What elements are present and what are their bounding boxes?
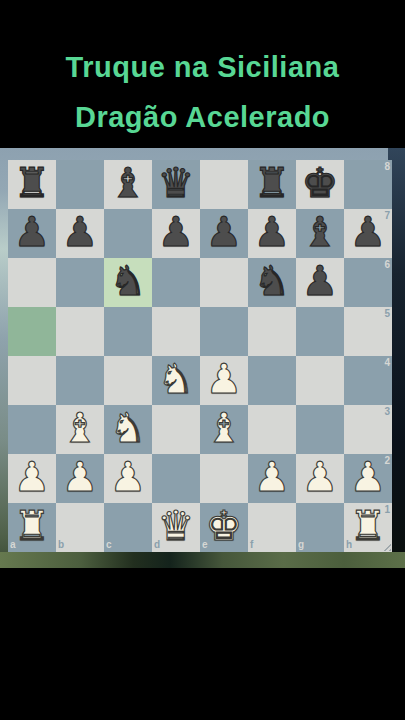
square-b4[interactable] <box>56 356 104 405</box>
square-e5[interactable] <box>200 307 248 356</box>
piece-black-pawn[interactable]: ♟ <box>200 208 248 257</box>
rank-label-5: 5 <box>384 309 390 319</box>
square-e1[interactable]: ♚e <box>200 503 248 552</box>
square-b8[interactable] <box>56 160 104 209</box>
square-a6[interactable] <box>8 258 56 307</box>
square-h3[interactable]: 3 <box>344 405 392 454</box>
square-h4[interactable]: 4 <box>344 356 392 405</box>
chess-board: ♜♝♛♜♚8♟♟♟♟♟♝♟7♞♞♟65♞♟4♝♞♝3♟♟♟♟♟♟2♜abc♛d♚… <box>8 160 392 552</box>
piece-white-pawn[interactable]: ♟ <box>8 453 56 502</box>
file-label-b: b <box>58 540 64 550</box>
square-e3[interactable]: ♝ <box>200 405 248 454</box>
square-c1[interactable]: c <box>104 503 152 552</box>
piece-white-knight[interactable]: ♞ <box>152 355 200 404</box>
square-f2[interactable]: ♟ <box>248 454 296 503</box>
square-f1[interactable]: f <box>248 503 296 552</box>
file-label-d: d <box>154 540 160 550</box>
square-c7[interactable] <box>104 209 152 258</box>
piece-black-pawn[interactable]: ♟ <box>152 208 200 257</box>
square-a2[interactable]: ♟ <box>8 454 56 503</box>
square-f7[interactable]: ♟ <box>248 209 296 258</box>
square-g3[interactable] <box>296 405 344 454</box>
square-b2[interactable]: ♟ <box>56 454 104 503</box>
piece-black-pawn[interactable]: ♟ <box>8 208 56 257</box>
square-c3[interactable]: ♞ <box>104 405 152 454</box>
square-f5[interactable] <box>248 307 296 356</box>
square-a4[interactable] <box>8 356 56 405</box>
square-a3[interactable] <box>8 405 56 454</box>
square-d8[interactable]: ♛ <box>152 160 200 209</box>
blurred-background-bottom <box>0 552 405 568</box>
square-c4[interactable] <box>104 356 152 405</box>
square-g2[interactable]: ♟ <box>296 454 344 503</box>
piece-black-knight[interactable]: ♞ <box>104 257 152 306</box>
rank-label-2: 2 <box>384 456 390 466</box>
piece-white-bishop[interactable]: ♝ <box>56 404 104 453</box>
square-h8[interactable]: 8 <box>344 160 392 209</box>
piece-white-pawn[interactable]: ♟ <box>296 453 344 502</box>
rank-label-3: 3 <box>384 407 390 417</box>
file-label-a: a <box>10 540 16 550</box>
page-title-line-1: Truque na Siciliana <box>0 42 405 92</box>
square-e2[interactable] <box>200 454 248 503</box>
file-label-h: h <box>346 540 352 550</box>
piece-black-king[interactable]: ♚ <box>296 159 344 208</box>
piece-black-queen[interactable]: ♛ <box>152 159 200 208</box>
piece-black-bishop[interactable]: ♝ <box>104 159 152 208</box>
square-h7[interactable]: ♟7 <box>344 209 392 258</box>
rank-label-1: 1 <box>384 505 390 515</box>
square-c2[interactable]: ♟ <box>104 454 152 503</box>
square-c6[interactable]: ♞ <box>104 258 152 307</box>
square-a8[interactable]: ♜ <box>8 160 56 209</box>
square-f4[interactable] <box>248 356 296 405</box>
rank-label-4: 4 <box>384 358 390 368</box>
square-h6[interactable]: 6 <box>344 258 392 307</box>
square-d1[interactable]: ♛d <box>152 503 200 552</box>
square-b3[interactable]: ♝ <box>56 405 104 454</box>
piece-black-pawn[interactable]: ♟ <box>296 257 344 306</box>
piece-black-rook[interactable]: ♜ <box>248 159 296 208</box>
piece-black-rook[interactable]: ♜ <box>8 159 56 208</box>
file-label-c: c <box>106 540 112 550</box>
page-title-line-2: Dragão Acelerado <box>0 92 405 142</box>
file-label-g: g <box>298 540 304 550</box>
piece-white-pawn[interactable]: ♟ <box>56 453 104 502</box>
square-a5[interactable] <box>8 307 56 356</box>
square-h2[interactable]: ♟2 <box>344 454 392 503</box>
square-b5[interactable] <box>56 307 104 356</box>
piece-white-pawn[interactable]: ♟ <box>104 453 152 502</box>
piece-black-pawn[interactable]: ♟ <box>248 208 296 257</box>
square-e8[interactable] <box>200 160 248 209</box>
piece-black-knight[interactable]: ♞ <box>248 257 296 306</box>
piece-white-pawn[interactable]: ♟ <box>200 355 248 404</box>
file-label-e: e <box>202 540 208 550</box>
square-e6[interactable] <box>200 258 248 307</box>
square-e4[interactable]: ♟ <box>200 356 248 405</box>
piece-white-bishop[interactable]: ♝ <box>200 404 248 453</box>
square-a1[interactable]: ♜a <box>8 503 56 552</box>
square-g1[interactable]: g <box>296 503 344 552</box>
file-label-f: f <box>250 540 253 550</box>
square-g6[interactable]: ♟ <box>296 258 344 307</box>
square-h5[interactable]: 5 <box>344 307 392 356</box>
piece-black-bishop[interactable]: ♝ <box>296 208 344 257</box>
video-title: Truque na Siciliana Dragão Acelerado <box>0 42 405 142</box>
rank-label-7: 7 <box>384 211 390 221</box>
square-c5[interactable] <box>104 307 152 356</box>
square-g4[interactable] <box>296 356 344 405</box>
square-g7[interactable]: ♝ <box>296 209 344 258</box>
square-g8[interactable]: ♚ <box>296 160 344 209</box>
square-b1[interactable]: b <box>56 503 104 552</box>
square-e7[interactable]: ♟ <box>200 209 248 258</box>
square-d4[interactable]: ♞ <box>152 356 200 405</box>
square-h1[interactable]: ♜h1 <box>344 503 392 552</box>
square-b7[interactable]: ♟ <box>56 209 104 258</box>
square-f3[interactable] <box>248 405 296 454</box>
square-g5[interactable] <box>296 307 344 356</box>
square-d3[interactable] <box>152 405 200 454</box>
rank-label-6: 6 <box>384 260 390 270</box>
square-f8[interactable]: ♜ <box>248 160 296 209</box>
square-d6[interactable] <box>152 258 200 307</box>
page: Truque na Siciliana Dragão Acelerado ♜♝♛… <box>0 0 405 720</box>
piece-black-pawn[interactable]: ♟ <box>56 208 104 257</box>
square-f6[interactable]: ♞ <box>248 258 296 307</box>
rank-label-8: 8 <box>384 162 390 172</box>
piece-white-knight[interactable]: ♞ <box>104 404 152 453</box>
square-a7[interactable]: ♟ <box>8 209 56 258</box>
square-c8[interactable]: ♝ <box>104 160 152 209</box>
square-d5[interactable] <box>152 307 200 356</box>
piece-white-pawn[interactable]: ♟ <box>248 453 296 502</box>
square-d7[interactable]: ♟ <box>152 209 200 258</box>
square-b6[interactable] <box>56 258 104 307</box>
square-d2[interactable] <box>152 454 200 503</box>
